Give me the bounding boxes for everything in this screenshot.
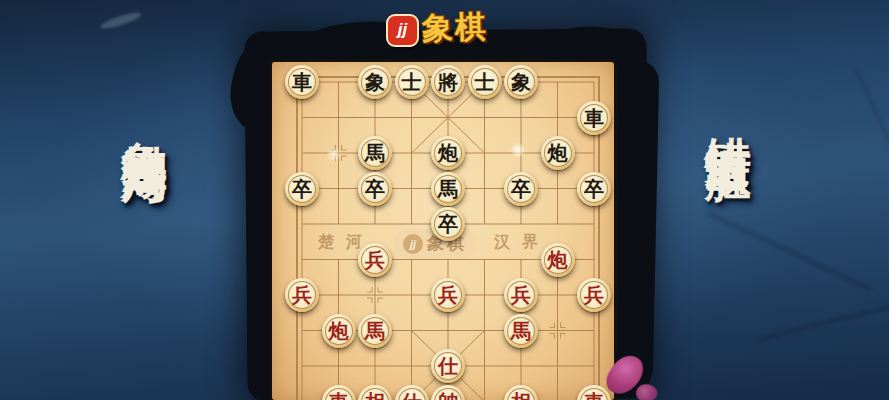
piece-face: 炮 (544, 139, 572, 167)
piece-black-車[interactable]: 車 (285, 65, 319, 99)
piece-red-兵[interactable]: 兵 (577, 278, 611, 312)
river-label-han-jie: 汉界 (494, 232, 550, 253)
piece-black-卒[interactable]: 卒 (285, 172, 319, 206)
piece-face: 兵 (434, 281, 462, 309)
piece-face: 仕 (398, 388, 426, 400)
piece-red-兵[interactable]: 兵 (358, 243, 392, 277)
piece-glyph: 卒 (438, 214, 458, 234)
light-streak-decoration (100, 10, 143, 32)
piece-red-馬[interactable]: 馬 (504, 314, 538, 348)
piece-face: 兵 (361, 246, 389, 274)
piece-glyph: 象 (365, 72, 385, 92)
jj-logo-icon: jj (386, 14, 419, 47)
piece-face: 卒 (434, 210, 462, 238)
piece-glyph: 馬 (438, 179, 458, 199)
piece-face: 車 (580, 104, 608, 132)
piece-red-兵[interactable]: 兵 (431, 278, 465, 312)
piece-glyph: 將 (438, 72, 458, 92)
piece-glyph: 車 (292, 72, 312, 92)
piece-glyph: 車 (584, 392, 604, 400)
branch-shadow-decoration (708, 212, 872, 291)
piece-glyph: 仕 (402, 392, 422, 400)
piece-face: 兵 (507, 281, 535, 309)
piece-face: 象 (507, 68, 535, 96)
piece-face: 車 (288, 68, 316, 96)
piece-face: 帥 (434, 388, 462, 400)
piece-black-卒[interactable]: 卒 (358, 172, 392, 206)
piece-glyph: 炮 (548, 143, 568, 163)
piece-glyph: 卒 (365, 179, 385, 199)
game-screen: 楚河 jj 象棋 汉界 車象士將士象車馬炮炮卒卒馬卒卒卒兵炮兵兵兵兵炮馬馬仕車相… (0, 0, 889, 400)
piece-black-象[interactable]: 象 (358, 65, 392, 99)
ink-splash-decoration (609, 60, 660, 391)
piece-face: 車 (325, 388, 353, 400)
branch-shadow-decoration (854, 66, 889, 176)
piece-black-象[interactable]: 象 (504, 65, 538, 99)
piece-face: 兵 (580, 281, 608, 309)
piece-glyph: 馬 (511, 321, 531, 341)
piece-face: 相 (361, 388, 389, 400)
piece-glyph: 兵 (584, 285, 604, 305)
xiangqi-board[interactable]: 楚河 jj 象棋 汉界 車象士將士象車馬炮炮卒卒馬卒卒卒兵炮兵兵兵兵炮馬馬仕車相… (272, 62, 614, 400)
piece-red-炮[interactable]: 炮 (541, 243, 575, 277)
piece-red-兵[interactable]: 兵 (504, 278, 538, 312)
piece-red-炮[interactable]: 炮 (322, 314, 356, 348)
piece-black-卒[interactable]: 卒 (431, 207, 465, 241)
piece-glyph: 炮 (329, 321, 349, 341)
piece-glyph: 馬 (365, 321, 385, 341)
app-logo-title: 象棋 (421, 6, 488, 50)
sparkle-effect (510, 142, 526, 158)
piece-face: 將 (434, 68, 462, 96)
right-banner-text: 错进错出取胜 (698, 100, 760, 124)
piece-glyph: 兵 (292, 285, 312, 305)
piece-glyph: 卒 (584, 179, 604, 199)
piece-face: 馬 (361, 317, 389, 345)
piece-face: 士 (398, 68, 426, 96)
piece-black-炮[interactable]: 炮 (541, 136, 575, 170)
jj-watermark-icon: jj (403, 234, 423, 254)
piece-black-士[interactable]: 士 (395, 65, 429, 99)
piece-glyph: 卒 (511, 179, 531, 199)
left-banner-text: 象棋江湖对局 (114, 104, 176, 128)
piece-glyph: 炮 (548, 250, 568, 270)
piece-face: 卒 (580, 175, 608, 203)
piece-glyph: 仕 (438, 356, 458, 376)
piece-glyph: 兵 (365, 250, 385, 270)
piece-glyph: 象 (511, 72, 531, 92)
piece-glyph: 卒 (292, 179, 312, 199)
piece-face: 士 (471, 68, 499, 96)
piece-glyph: 士 (475, 72, 495, 92)
piece-black-馬[interactable]: 馬 (358, 136, 392, 170)
piece-glyph: 車 (329, 392, 349, 400)
piece-glyph: 士 (402, 72, 422, 92)
piece-glyph: 炮 (438, 143, 458, 163)
piece-black-車[interactable]: 車 (577, 101, 611, 135)
piece-black-炮[interactable]: 炮 (431, 136, 465, 170)
piece-glyph: 相 (365, 392, 385, 400)
piece-face: 卒 (288, 175, 316, 203)
sparkle-effect (326, 147, 341, 162)
piece-glyph: 車 (584, 108, 604, 128)
piece-face: 馬 (507, 317, 535, 345)
piece-glyph: 兵 (511, 285, 531, 305)
piece-face: 卒 (507, 175, 535, 203)
piece-face: 仕 (434, 352, 462, 380)
piece-face: 炮 (544, 246, 572, 274)
app-logo: jj 象棋 (386, 7, 488, 49)
piece-face: 馬 (361, 139, 389, 167)
piece-face: 炮 (325, 317, 353, 345)
piece-red-馬[interactable]: 馬 (358, 314, 392, 348)
piece-black-卒[interactable]: 卒 (577, 172, 611, 206)
piece-face: 馬 (434, 175, 462, 203)
piece-black-卒[interactable]: 卒 (504, 172, 538, 206)
piece-glyph: 相 (511, 392, 531, 400)
piece-glyph: 馬 (365, 143, 385, 163)
piece-face: 相 (507, 388, 535, 400)
piece-black-士[interactable]: 士 (468, 65, 502, 99)
piece-face: 兵 (288, 281, 316, 309)
piece-face: 車 (580, 388, 608, 400)
piece-face: 炮 (434, 139, 462, 167)
piece-face: 象 (361, 68, 389, 96)
piece-red-兵[interactable]: 兵 (285, 278, 319, 312)
piece-black-馬[interactable]: 馬 (431, 172, 465, 206)
piece-red-仕[interactable]: 仕 (431, 349, 465, 383)
branch-shadow-decoration (757, 302, 889, 341)
piece-glyph: 帥 (438, 392, 458, 400)
piece-black-將[interactable]: 將 (431, 65, 465, 99)
piece-glyph: 兵 (438, 285, 458, 305)
piece-face: 卒 (361, 175, 389, 203)
